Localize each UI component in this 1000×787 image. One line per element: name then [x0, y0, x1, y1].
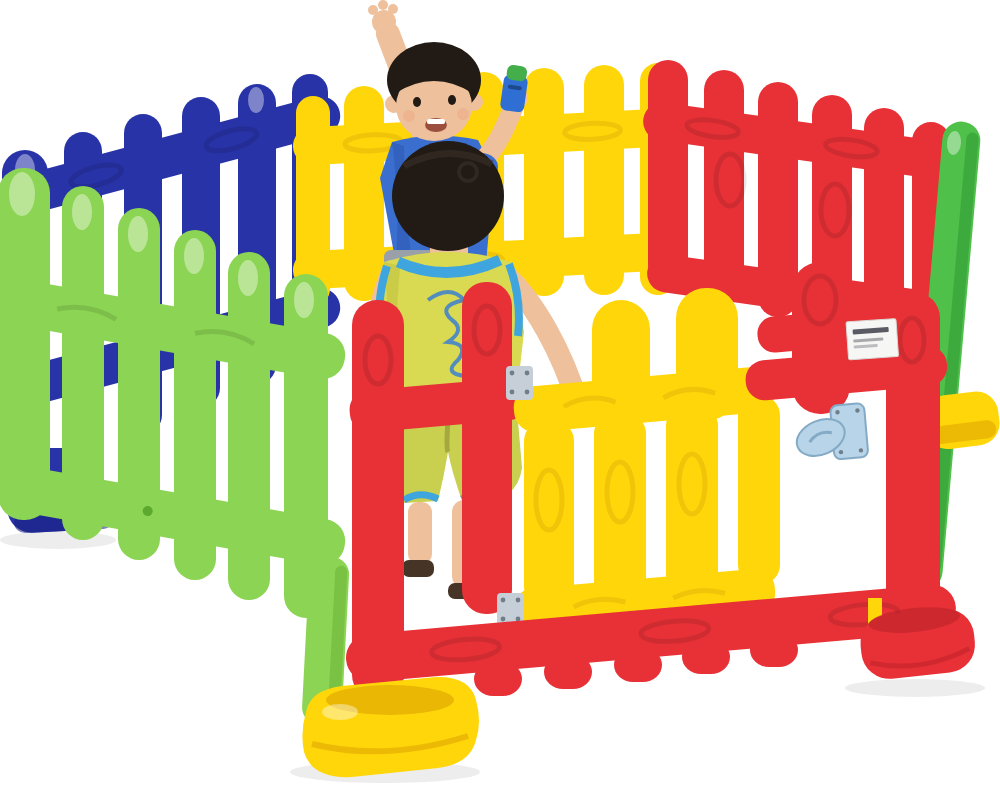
- hinge-screw: [501, 617, 506, 622]
- foot-front-yellow: [302, 677, 479, 777]
- blush: [403, 110, 415, 122]
- highlight: [128, 216, 148, 252]
- hinge-screw: [501, 598, 506, 603]
- playpen-illustration: [0, 0, 1000, 787]
- highlight: [248, 87, 264, 113]
- picket-stub: [682, 640, 730, 674]
- gate-hinge-top: [506, 366, 533, 400]
- highlight: [238, 260, 258, 296]
- gate-slat: [738, 396, 780, 584]
- picket: [462, 282, 512, 614]
- eye: [413, 97, 421, 107]
- hinge-screw: [525, 371, 530, 376]
- gate-yellow: [497, 288, 780, 634]
- product-label-sticker: [846, 319, 899, 360]
- highlight: [184, 238, 204, 274]
- hair-back: [392, 141, 504, 251]
- finger: [368, 5, 378, 15]
- hinge-screw: [510, 371, 515, 376]
- sandal: [402, 560, 434, 577]
- picket: [648, 60, 688, 285]
- hinge-screw: [525, 390, 530, 395]
- gate-slat: [594, 412, 646, 604]
- eye: [448, 95, 456, 105]
- hinge-screw: [510, 390, 515, 395]
- picket-stub: [544, 655, 592, 689]
- gate-slat: [666, 404, 718, 596]
- picket-stub: [614, 648, 662, 682]
- floor-shadow: [845, 679, 985, 697]
- hinge-screw: [516, 598, 521, 603]
- teeth: [427, 119, 445, 124]
- product-photo: Colorful children's plastic play fence p…: [0, 0, 1000, 787]
- hinge-plate: [506, 366, 533, 400]
- highlight: [322, 704, 358, 720]
- highlight: [9, 172, 35, 216]
- floor-shadow: [0, 531, 116, 549]
- finger: [378, 0, 388, 10]
- left-leg: [408, 502, 432, 564]
- highlight: [294, 282, 314, 318]
- finger: [388, 4, 398, 14]
- highlight: [72, 194, 92, 230]
- blush: [457, 108, 469, 120]
- gate-slat: [524, 420, 574, 608]
- picket-stub: [750, 633, 798, 667]
- picket-stub: [474, 662, 522, 696]
